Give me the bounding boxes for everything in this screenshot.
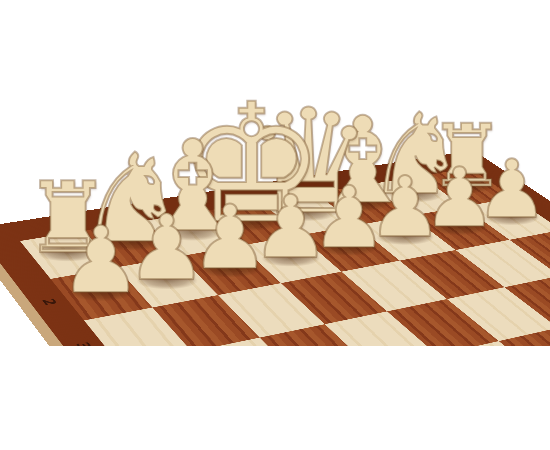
pieces-layer: ♜♞♝♚♛♝♞♜♟♟♟♟♟♟♟♟ (0, 0, 550, 346)
board-area: 23 ♜♞♝♚♛♝♞♜♟♟♟♟♟♟♟♟ (0, 0, 550, 346)
pawn-icon: ♟ (60, 214, 143, 306)
chess-set-photo: 23 ♜♞♝♚♛♝♞♜♟♟♟♟♟♟♟♟ (0, 0, 550, 450)
